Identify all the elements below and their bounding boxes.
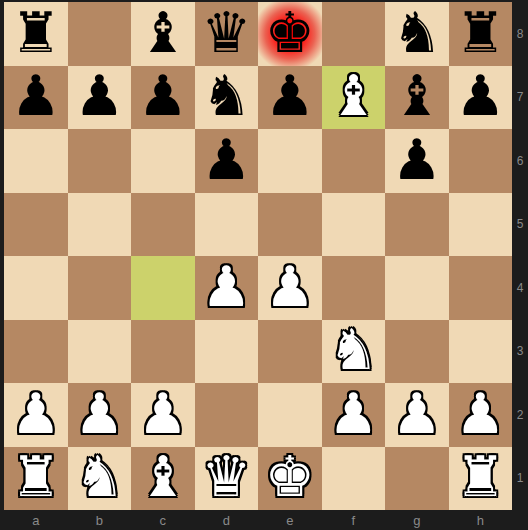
square-f3[interactable]: ♞	[322, 320, 386, 384]
piece-white-knight[interactable]: ♞	[328, 322, 378, 378]
file-label-a: a	[4, 510, 68, 530]
piece-black-knight[interactable]: ♞	[201, 68, 251, 124]
square-b6[interactable]	[68, 129, 132, 193]
square-b2[interactable]: ♟	[68, 383, 132, 447]
piece-black-pawn[interactable]: ♟	[138, 68, 188, 124]
square-d2[interactable]	[195, 383, 259, 447]
rank-label-8: 8	[512, 2, 528, 66]
square-b3[interactable]	[68, 320, 132, 384]
square-d8[interactable]: ♛	[195, 2, 259, 66]
square-e1[interactable]: ♚	[258, 447, 322, 511]
file-label-e: e	[258, 510, 322, 530]
piece-black-pawn[interactable]: ♟	[392, 132, 442, 188]
square-e5[interactable]	[258, 193, 322, 257]
piece-white-king[interactable]: ♚	[265, 449, 315, 505]
piece-black-king[interactable]: ♚	[265, 5, 315, 61]
square-a3[interactable]	[4, 320, 68, 384]
square-d7[interactable]: ♞	[195, 66, 259, 130]
square-a4[interactable]	[4, 256, 68, 320]
file-label-g: g	[385, 510, 449, 530]
square-b5[interactable]	[68, 193, 132, 257]
square-h7[interactable]: ♟	[449, 66, 513, 130]
square-c7[interactable]: ♟	[131, 66, 195, 130]
square-a5[interactable]	[4, 193, 68, 257]
square-a1[interactable]: ♜	[4, 447, 68, 511]
piece-white-pawn[interactable]: ♟	[455, 386, 505, 442]
file-coordinates: abcdefgh	[4, 510, 512, 530]
piece-black-pawn[interactable]: ♟	[455, 68, 505, 124]
rank-label-1: 1	[512, 447, 528, 511]
square-c5[interactable]	[131, 193, 195, 257]
square-h3[interactable]	[449, 320, 513, 384]
piece-white-pawn[interactable]: ♟	[328, 386, 378, 442]
piece-black-bishop[interactable]: ♝	[138, 5, 188, 61]
square-c2[interactable]: ♟	[131, 383, 195, 447]
chess-app: ♜♝♛♚♞♜♟♟♟♞♟♝♝♟♟♟♟♟♞♟♟♟♟♟♟♜♞♝♛♚♜ abcdefgh…	[0, 0, 528, 530]
piece-white-pawn[interactable]: ♟	[74, 386, 124, 442]
square-g2[interactable]: ♟	[385, 383, 449, 447]
rank-label-6: 6	[512, 129, 528, 193]
square-e6[interactable]	[258, 129, 322, 193]
square-a8[interactable]: ♜	[4, 2, 68, 66]
square-c8[interactable]: ♝	[131, 2, 195, 66]
square-f8[interactable]	[322, 2, 386, 66]
piece-black-pawn[interactable]: ♟	[265, 68, 315, 124]
piece-black-pawn[interactable]: ♟	[201, 132, 251, 188]
square-h5[interactable]	[449, 193, 513, 257]
square-h8[interactable]: ♜	[449, 2, 513, 66]
square-d3[interactable]	[195, 320, 259, 384]
square-c3[interactable]	[131, 320, 195, 384]
square-a2[interactable]: ♟	[4, 383, 68, 447]
square-d4[interactable]: ♟	[195, 256, 259, 320]
square-b1[interactable]: ♞	[68, 447, 132, 511]
piece-white-pawn[interactable]: ♟	[11, 386, 61, 442]
piece-white-queen[interactable]: ♛	[201, 449, 251, 505]
rank-label-4: 4	[512, 256, 528, 320]
square-g5[interactable]	[385, 193, 449, 257]
piece-black-bishop[interactable]: ♝	[392, 68, 442, 124]
rank-coordinates: 87654321	[512, 2, 528, 510]
chess-board: ♜♝♛♚♞♜♟♟♟♞♟♝♝♟♟♟♟♟♞♟♟♟♟♟♟♜♞♝♛♚♜	[4, 2, 512, 510]
rank-label-7: 7	[512, 66, 528, 130]
square-g1[interactable]	[385, 447, 449, 511]
piece-white-knight[interactable]: ♞	[74, 449, 124, 505]
piece-black-pawn[interactable]: ♟	[11, 68, 61, 124]
square-g4[interactable]	[385, 256, 449, 320]
piece-white-bishop[interactable]: ♝	[328, 68, 378, 124]
rank-label-5: 5	[512, 193, 528, 257]
square-g8[interactable]: ♞	[385, 2, 449, 66]
piece-white-pawn[interactable]: ♟	[265, 259, 315, 315]
rank-label-2: 2	[512, 383, 528, 447]
square-h6[interactable]	[449, 129, 513, 193]
piece-black-queen[interactable]: ♛	[201, 5, 251, 61]
square-g6[interactable]: ♟	[385, 129, 449, 193]
square-c6[interactable]	[131, 129, 195, 193]
square-f4[interactable]	[322, 256, 386, 320]
square-e8[interactable]: ♚	[258, 2, 322, 66]
square-g3[interactable]	[385, 320, 449, 384]
file-label-b: b	[68, 510, 132, 530]
square-b7[interactable]: ♟	[68, 66, 132, 130]
square-c1[interactable]: ♝	[131, 447, 195, 511]
file-label-f: f	[322, 510, 386, 530]
piece-white-rook[interactable]: ♜	[11, 449, 61, 505]
square-b8[interactable]	[68, 2, 132, 66]
file-label-h: h	[449, 510, 513, 530]
square-d1[interactable]: ♛	[195, 447, 259, 511]
square-b4[interactable]	[68, 256, 132, 320]
piece-white-pawn[interactable]: ♟	[201, 259, 251, 315]
file-label-d: d	[195, 510, 259, 530]
piece-white-bishop[interactable]: ♝	[138, 449, 188, 505]
square-a7[interactable]: ♟	[4, 66, 68, 130]
piece-white-pawn[interactable]: ♟	[392, 386, 442, 442]
square-e2[interactable]	[258, 383, 322, 447]
square-h4[interactable]	[449, 256, 513, 320]
piece-black-pawn[interactable]: ♟	[74, 68, 124, 124]
square-f6[interactable]	[322, 129, 386, 193]
piece-white-rook[interactable]: ♜	[455, 449, 505, 505]
square-f2[interactable]: ♟	[322, 383, 386, 447]
piece-white-pawn[interactable]: ♟	[138, 386, 188, 442]
square-d6[interactable]: ♟	[195, 129, 259, 193]
square-h2[interactable]: ♟	[449, 383, 513, 447]
square-f1[interactable]	[322, 447, 386, 511]
square-e7[interactable]: ♟	[258, 66, 322, 130]
piece-black-knight[interactable]: ♞	[392, 5, 442, 61]
square-e4[interactable]: ♟	[258, 256, 322, 320]
piece-black-rook[interactable]: ♜	[455, 5, 505, 61]
square-f7[interactable]: ♝	[322, 66, 386, 130]
piece-black-rook[interactable]: ♜	[11, 5, 61, 61]
square-e3[interactable]	[258, 320, 322, 384]
square-c4[interactable]	[131, 256, 195, 320]
square-d5[interactable]	[195, 193, 259, 257]
square-g7[interactable]: ♝	[385, 66, 449, 130]
square-h1[interactable]: ♜	[449, 447, 513, 511]
square-f5[interactable]	[322, 193, 386, 257]
square-a6[interactable]	[4, 129, 68, 193]
file-label-c: c	[131, 510, 195, 530]
rank-label-3: 3	[512, 320, 528, 384]
